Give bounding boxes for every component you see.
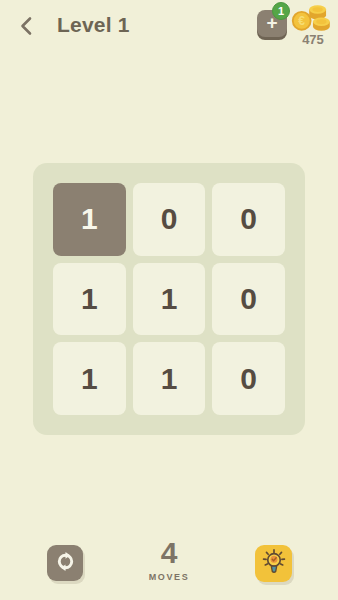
hint-button[interactable] [255,545,292,582]
moves-counter: 4 MOVES [129,538,209,582]
page-title: Level 1 [57,13,130,37]
moves-label: MOVES [129,572,209,582]
puzzle-board: 1 0 0 1 1 0 1 1 0 [33,163,305,435]
refresh-icon [54,550,77,576]
cell-r1c1[interactable]: 1 [133,263,206,336]
svg-text:€: € [298,14,305,28]
cell-r0c1[interactable]: 0 [133,183,206,256]
restart-button[interactable] [47,545,83,581]
back-button[interactable] [13,12,41,40]
add-badge: 1 [272,2,290,20]
cell-r2c0[interactable]: 1 [53,342,126,415]
cell-r0c0[interactable]: 1 [53,183,126,256]
cell-r2c1[interactable]: 1 [133,342,206,415]
cell-r0c2[interactable]: 0 [212,183,285,256]
lightbulb-icon [259,547,289,580]
moves-count: 4 [129,538,209,568]
add-badge-count: 1 [278,5,284,17]
cell-r1c0[interactable]: 1 [53,263,126,336]
cell-r2c2[interactable]: 0 [212,342,285,415]
chevron-left-icon [13,28,41,43]
cell-r1c2[interactable]: 0 [212,263,285,336]
coin-count: 475 [292,32,334,47]
